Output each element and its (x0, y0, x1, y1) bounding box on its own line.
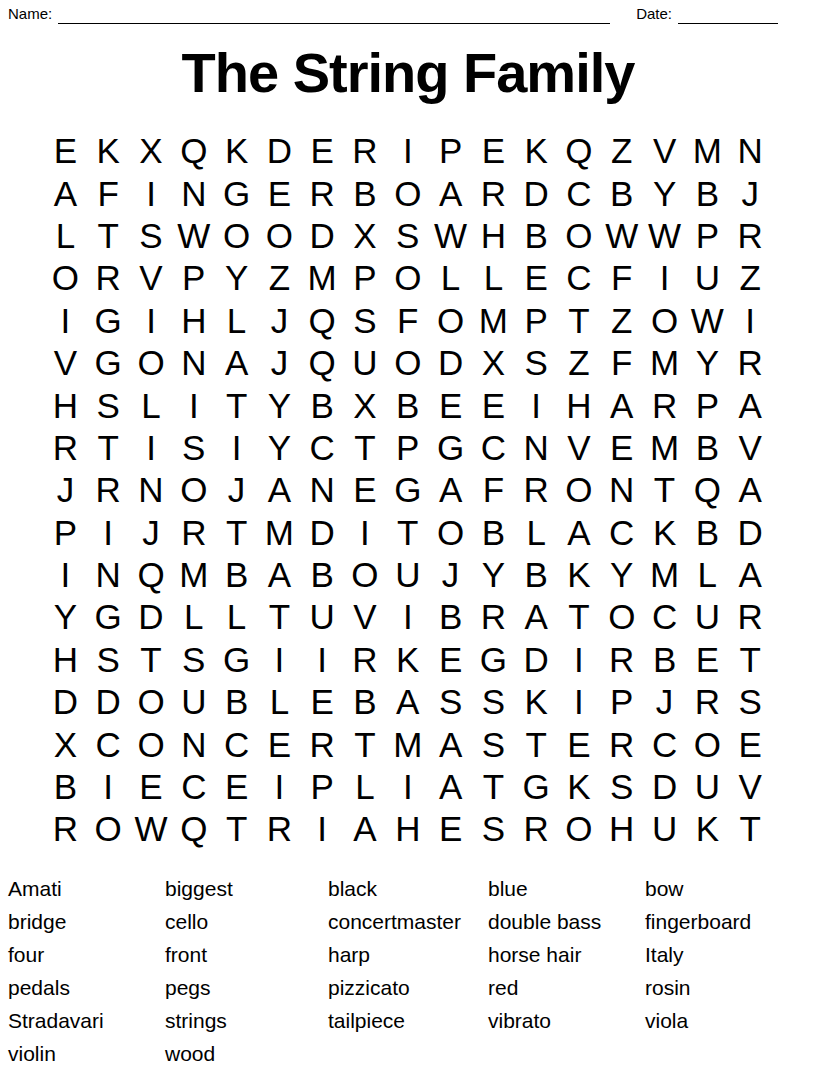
word-search-grid: EKXQKDERIPEKQZVMNAFINGERBOARDCBYBJLTSWOO… (44, 130, 772, 851)
grid-cell-r2c2: F (87, 172, 130, 214)
word-list: Amatibiggestblackbluebowbridgecelloconce… (8, 872, 751, 1070)
grid-cell-r14c5: B (215, 681, 258, 723)
word-list-item: black (328, 872, 488, 905)
grid-cell-r7c13: H (558, 384, 601, 426)
grid-cell-r17c15: U (643, 808, 686, 850)
grid-cell-r8c1: R (44, 427, 87, 469)
grid-cell-r12c6: T (258, 596, 301, 638)
grid-cell-r2c17: J (729, 172, 772, 214)
grid-cell-r7c6: Y (258, 384, 301, 426)
grid-cell-r6c6: J (258, 342, 301, 384)
grid-cell-r6c9: O (386, 342, 429, 384)
grid-cell-r3c6: O (258, 215, 301, 257)
grid-cell-r12c7: U (301, 596, 344, 638)
grid-cell-r2c8: B (344, 172, 387, 214)
grid-cell-r2c5: G (215, 172, 258, 214)
word-list-item: fingerboard (645, 905, 751, 938)
grid-cell-r6c12: S (515, 342, 558, 384)
grid-cell-r1c4: Q (172, 130, 215, 172)
grid-cell-r13c10: E (429, 639, 472, 681)
date-label: Date: (636, 4, 672, 24)
grid-cell-r11c3: Q (130, 554, 173, 596)
grid-cell-r15c3: O (130, 723, 173, 765)
grid-cell-r13c9: K (386, 639, 429, 681)
grid-cell-r9c3: N (130, 469, 173, 511)
grid-cell-r6c2: G (87, 342, 130, 384)
grid-cell-r3c13: O (558, 215, 601, 257)
grid-cell-r1c15: V (643, 130, 686, 172)
grid-cell-r12c13: T (558, 596, 601, 638)
grid-cell-r16c12: G (515, 766, 558, 808)
grid-cell-r14c8: B (344, 681, 387, 723)
grid-cell-r13c12: D (515, 639, 558, 681)
grid-cell-r9c6: A (258, 469, 301, 511)
grid-cell-r7c17: A (729, 384, 772, 426)
grid-cell-r16c2: I (87, 766, 130, 808)
grid-cell-r9c17: A (729, 469, 772, 511)
grid-cell-r12c8: V (344, 596, 387, 638)
grid-cell-r3c16: P (686, 215, 729, 257)
grid-cell-r5c2: G (87, 300, 130, 342)
grid-cell-r5c17: I (729, 300, 772, 342)
grid-cell-r8c13: V (558, 427, 601, 469)
grid-cell-r8c5: I (215, 427, 258, 469)
grid-cell-r13c7: I (301, 639, 344, 681)
grid-cell-r5c14: Z (600, 300, 643, 342)
grid-cell-r15c7: R (301, 723, 344, 765)
grid-cell-r6c5: A (215, 342, 258, 384)
grid-cell-r13c14: R (600, 639, 643, 681)
grid-cell-r6c14: F (600, 342, 643, 384)
word-list-item: bridge (8, 905, 165, 938)
grid-cell-r5c11: M (472, 300, 515, 342)
grid-cell-r11c10: J (429, 554, 472, 596)
grid-cell-r5c4: H (172, 300, 215, 342)
grid-cell-r2c1: A (44, 172, 87, 214)
word-list-item: pizzicato (328, 971, 488, 1004)
grid-cell-r6c3: O (130, 342, 173, 384)
grid-cell-r9c1: J (44, 469, 87, 511)
grid-cell-r17c5: T (215, 808, 258, 850)
grid-cell-r16c14: S (600, 766, 643, 808)
grid-cell-r5c10: O (429, 300, 472, 342)
grid-cell-r16c16: U (686, 766, 729, 808)
grid-cell-r1c16: M (686, 130, 729, 172)
grid-cell-r17c16: K (686, 808, 729, 850)
word-list-item: front (165, 938, 328, 971)
grid-cell-r17c14: H (600, 808, 643, 850)
grid-cell-r1c2: K (87, 130, 130, 172)
grid-cell-r8c17: V (729, 427, 772, 469)
grid-cell-r12c10: B (429, 596, 472, 638)
grid-cell-r9c15: T (643, 469, 686, 511)
grid-cell-r3c10: W (429, 215, 472, 257)
grid-cell-r10c17: D (729, 512, 772, 554)
grid-cell-r2c4: N (172, 172, 215, 214)
grid-cell-r9c5: J (215, 469, 258, 511)
grid-cell-r14c7: E (301, 681, 344, 723)
grid-cell-r16c15: D (643, 766, 686, 808)
grid-cell-r12c11: R (472, 596, 515, 638)
word-list-item: rosin (645, 971, 751, 1004)
grid-cell-r8c6: Y (258, 427, 301, 469)
name-blank-line (58, 6, 610, 24)
grid-cell-r14c1: D (44, 681, 87, 723)
grid-cell-r17c10: E (429, 808, 472, 850)
grid-cell-r16c9: I (386, 766, 429, 808)
grid-cell-r17c7: I (301, 808, 344, 850)
grid-cell-r12c12: A (515, 596, 558, 638)
grid-cell-r14c17: S (729, 681, 772, 723)
grid-cell-r5c5: L (215, 300, 258, 342)
grid-cell-r10c8: I (344, 512, 387, 554)
grid-cell-r3c14: W (600, 215, 643, 257)
grid-cell-r14c13: I (558, 681, 601, 723)
grid-cell-r1c13: Q (558, 130, 601, 172)
grid-cell-r14c9: A (386, 681, 429, 723)
grid-cell-r15c12: T (515, 723, 558, 765)
grid-cell-r15c9: M (386, 723, 429, 765)
grid-cell-r15c13: E (558, 723, 601, 765)
word-list-item: strings (165, 1004, 328, 1037)
grid-cell-r3c3: S (130, 215, 173, 257)
grid-cell-r4c7: M (301, 257, 344, 299)
grid-cell-r13c15: B (643, 639, 686, 681)
grid-cell-r1c11: E (472, 130, 515, 172)
grid-cell-r15c16: O (686, 723, 729, 765)
grid-cell-r7c9: B (386, 384, 429, 426)
word-list-item: red (488, 971, 645, 1004)
word-list-item: harp (328, 938, 488, 971)
grid-cell-r16c8: L (344, 766, 387, 808)
grid-cell-r17c4: Q (172, 808, 215, 850)
grid-cell-r9c8: E (344, 469, 387, 511)
grid-cell-r2c3: I (130, 172, 173, 214)
word-list-item: viola (645, 1004, 751, 1037)
grid-cell-r15c11: S (472, 723, 515, 765)
grid-cell-r13c2: S (87, 639, 130, 681)
word-list-item: wood (165, 1037, 328, 1070)
grid-cell-r8c2: T (87, 427, 130, 469)
word-list-item: tailpiece (328, 1004, 488, 1037)
word-list-item: vibrato (488, 1004, 645, 1037)
grid-cell-r8c11: C (472, 427, 515, 469)
grid-cell-r17c17: T (729, 808, 772, 850)
grid-cell-r11c6: A (258, 554, 301, 596)
grid-cell-r5c3: I (130, 300, 173, 342)
word-list-item: concertmaster (328, 905, 488, 938)
header: Name: Date: (8, 4, 806, 24)
grid-cell-r13c17: T (729, 639, 772, 681)
grid-cell-r12c16: U (686, 596, 729, 638)
grid-cell-r12c4: L (172, 596, 215, 638)
grid-cell-r6c17: R (729, 342, 772, 384)
grid-cell-r7c1: H (44, 384, 87, 426)
grid-cell-r10c1: P (44, 512, 87, 554)
grid-cell-r5c12: P (515, 300, 558, 342)
grid-cell-r12c17: R (729, 596, 772, 638)
grid-cell-r15c8: T (344, 723, 387, 765)
grid-cell-r1c3: X (130, 130, 173, 172)
word-list-item: four (8, 938, 165, 971)
grid-cell-r17c3: W (130, 808, 173, 850)
grid-cell-r9c4: O (172, 469, 215, 511)
grid-cell-r13c5: G (215, 639, 258, 681)
grid-cell-r11c2: N (87, 554, 130, 596)
grid-cell-r15c4: N (172, 723, 215, 765)
grid-cell-r17c8: A (344, 808, 387, 850)
grid-cell-r4c14: F (600, 257, 643, 299)
grid-cell-r4c4: P (172, 257, 215, 299)
grid-cell-r9c16: Q (686, 469, 729, 511)
grid-cell-r14c11: S (472, 681, 515, 723)
grid-cell-r6c7: Q (301, 342, 344, 384)
grid-cell-r3c17: R (729, 215, 772, 257)
grid-cell-r5c8: S (344, 300, 387, 342)
grid-cell-r4c12: E (515, 257, 558, 299)
grid-cell-r11c15: M (643, 554, 686, 596)
grid-cell-r11c17: A (729, 554, 772, 596)
grid-cell-r15c1: X (44, 723, 87, 765)
grid-cell-r11c16: L (686, 554, 729, 596)
grid-cell-r16c1: B (44, 766, 87, 808)
grid-cell-r6c1: V (44, 342, 87, 384)
date-blank-line (678, 6, 778, 24)
grid-cell-r14c2: D (87, 681, 130, 723)
grid-cell-r15c10: A (429, 723, 472, 765)
grid-cell-r2c6: E (258, 172, 301, 214)
grid-cell-r10c5: T (215, 512, 258, 554)
grid-cell-r14c12: K (515, 681, 558, 723)
grid-cell-r3c11: H (472, 215, 515, 257)
grid-cell-r10c14: C (600, 512, 643, 554)
grid-cell-r8c16: B (686, 427, 729, 469)
word-list-item: bow (645, 872, 751, 905)
grid-cell-r17c9: H (386, 808, 429, 850)
grid-cell-r17c1: R (44, 808, 87, 850)
grid-cell-r7c10: E (429, 384, 472, 426)
grid-cell-r17c6: R (258, 808, 301, 850)
grid-cell-r1c12: K (515, 130, 558, 172)
grid-cell-r12c5: L (215, 596, 258, 638)
grid-cell-r1c17: N (729, 130, 772, 172)
puzzle-title: The String Family (0, 40, 816, 105)
grid-cell-r15c14: R (600, 723, 643, 765)
grid-cell-r10c10: O (429, 512, 472, 554)
grid-cell-r16c3: E (130, 766, 173, 808)
grid-cell-r11c7: B (301, 554, 344, 596)
grid-cell-r9c11: F (472, 469, 515, 511)
word-list-item: biggest (165, 872, 328, 905)
grid-cell-r12c2: G (87, 596, 130, 638)
word-list-item: violin (8, 1037, 165, 1070)
grid-cell-r5c7: Q (301, 300, 344, 342)
grid-cell-r11c14: Y (600, 554, 643, 596)
word-list-item: Stradavari (8, 1004, 165, 1037)
grid-cell-r7c8: X (344, 384, 387, 426)
grid-cell-r12c1: Y (44, 596, 87, 638)
grid-cell-r8c7: C (301, 427, 344, 469)
grid-cell-r15c5: C (215, 723, 258, 765)
grid-cell-r15c2: C (87, 723, 130, 765)
grid-cell-r7c16: P (686, 384, 729, 426)
grid-cell-r16c7: P (301, 766, 344, 808)
grid-cell-r2c12: D (515, 172, 558, 214)
grid-cell-r10c11: B (472, 512, 515, 554)
grid-cell-r17c13: O (558, 808, 601, 850)
grid-cell-r9c7: N (301, 469, 344, 511)
grid-cell-r15c15: C (643, 723, 686, 765)
grid-cell-r5c1: I (44, 300, 87, 342)
grid-cell-r6c13: Z (558, 342, 601, 384)
grid-cell-r16c5: E (215, 766, 258, 808)
grid-cell-r7c15: R (643, 384, 686, 426)
grid-cell-r11c13: K (558, 554, 601, 596)
grid-cell-r2c11: R (472, 172, 515, 214)
word-list-item: Italy (645, 938, 751, 971)
grid-cell-r10c9: T (386, 512, 429, 554)
grid-cell-r7c3: L (130, 384, 173, 426)
word-list-item: cello (165, 905, 328, 938)
grid-cell-r11c5: B (215, 554, 258, 596)
grid-cell-r8c4: S (172, 427, 215, 469)
grid-cell-r6c10: D (429, 342, 472, 384)
grid-cell-r1c14: Z (600, 130, 643, 172)
grid-cell-r2c13: C (558, 172, 601, 214)
grid-cell-r15c6: E (258, 723, 301, 765)
grid-cell-r11c12: B (515, 554, 558, 596)
grid-cell-r14c16: R (686, 681, 729, 723)
grid-cell-r17c11: S (472, 808, 515, 850)
word-list-item: Amati (8, 872, 165, 905)
grid-cell-r2c14: B (600, 172, 643, 214)
grid-cell-r7c2: S (87, 384, 130, 426)
grid-cell-r7c5: T (215, 384, 258, 426)
grid-cell-r4c1: O (44, 257, 87, 299)
grid-cell-r4c10: L (429, 257, 472, 299)
grid-cell-r1c6: D (258, 130, 301, 172)
grid-cell-r4c3: V (130, 257, 173, 299)
grid-cell-r14c10: S (429, 681, 472, 723)
grid-cell-r10c16: B (686, 512, 729, 554)
grid-cell-r12c15: C (643, 596, 686, 638)
grid-cell-r10c4: R (172, 512, 215, 554)
grid-cell-r7c12: I (515, 384, 558, 426)
grid-cell-r4c9: O (386, 257, 429, 299)
grid-cell-r12c3: D (130, 596, 173, 638)
grid-cell-r4c15: I (643, 257, 686, 299)
grid-cell-r6c11: X (472, 342, 515, 384)
grid-cell-r9c10: A (429, 469, 472, 511)
grid-cell-r7c7: B (301, 384, 344, 426)
grid-cell-r16c4: C (172, 766, 215, 808)
grid-cell-r10c6: M (258, 512, 301, 554)
grid-cell-r8c12: N (515, 427, 558, 469)
grid-cell-r12c14: O (600, 596, 643, 638)
grid-cell-r13c6: I (258, 639, 301, 681)
grid-cell-r14c14: P (600, 681, 643, 723)
word-list-item: horse hair (488, 938, 645, 971)
grid-cell-r3c8: X (344, 215, 387, 257)
grid-cell-r11c1: I (44, 554, 87, 596)
grid-cell-r5c9: F (386, 300, 429, 342)
grid-cell-r8c3: I (130, 427, 173, 469)
word-list-item: pegs (165, 971, 328, 1004)
grid-cell-r4c5: Y (215, 257, 258, 299)
grid-cell-r2c9: O (386, 172, 429, 214)
grid-cell-r14c15: J (643, 681, 686, 723)
grid-cell-r16c10: A (429, 766, 472, 808)
grid-cell-r13c8: R (344, 639, 387, 681)
grid-cell-r2c7: R (301, 172, 344, 214)
grid-cell-r2c10: A (429, 172, 472, 214)
grid-cell-r13c16: E (686, 639, 729, 681)
grid-cell-r9c12: R (515, 469, 558, 511)
grid-cell-r2c16: B (686, 172, 729, 214)
grid-cell-r3c1: L (44, 215, 87, 257)
grid-cell-r1c8: R (344, 130, 387, 172)
grid-cell-r4c2: R (87, 257, 130, 299)
grid-cell-r1c7: E (301, 130, 344, 172)
grid-cell-r4c6: Z (258, 257, 301, 299)
grid-cell-r9c14: N (600, 469, 643, 511)
worksheet-page: Name: Date: The String Family EKXQKDERIP… (0, 0, 816, 1083)
grid-cell-r5c13: T (558, 300, 601, 342)
word-list-item: double bass (488, 905, 645, 938)
grid-cell-r13c11: G (472, 639, 515, 681)
grid-cell-r4c17: Z (729, 257, 772, 299)
grid-cell-r14c6: L (258, 681, 301, 723)
grid-cell-r11c8: O (344, 554, 387, 596)
grid-cell-r16c17: V (729, 766, 772, 808)
grid-cell-r10c3: J (130, 512, 173, 554)
grid-cell-r1c9: I (386, 130, 429, 172)
grid-cell-r6c8: U (344, 342, 387, 384)
grid-cell-r9c13: O (558, 469, 601, 511)
grid-cell-r12c9: I (386, 596, 429, 638)
grid-cell-r4c13: C (558, 257, 601, 299)
grid-cell-r8c10: G (429, 427, 472, 469)
grid-cell-r7c11: E (472, 384, 515, 426)
grid-cell-r10c7: D (301, 512, 344, 554)
grid-cell-r11c11: Y (472, 554, 515, 596)
grid-cell-r5c6: J (258, 300, 301, 342)
grid-cell-r8c8: T (344, 427, 387, 469)
grid-cell-r9c2: R (87, 469, 130, 511)
grid-cell-r7c14: A (600, 384, 643, 426)
grid-cell-r3c15: W (643, 215, 686, 257)
grid-cell-r6c15: M (643, 342, 686, 384)
grid-cell-r3c12: B (515, 215, 558, 257)
grid-cell-r1c5: K (215, 130, 258, 172)
grid-cell-r17c2: O (87, 808, 130, 850)
grid-cell-r9c9: G (386, 469, 429, 511)
grid-cell-r5c16: W (686, 300, 729, 342)
grid-cell-r11c4: M (172, 554, 215, 596)
grid-cell-r7c4: I (172, 384, 215, 426)
grid-cell-r8c14: E (600, 427, 643, 469)
grid-cell-r4c11: L (472, 257, 515, 299)
grid-cell-r17c12: R (515, 808, 558, 850)
word-list-item: pedals (8, 971, 165, 1004)
grid-cell-r1c10: P (429, 130, 472, 172)
grid-cell-r16c13: K (558, 766, 601, 808)
grid-cell-r8c9: P (386, 427, 429, 469)
grid-cell-r14c4: U (172, 681, 215, 723)
grid-cell-r13c4: S (172, 639, 215, 681)
grid-cell-r13c1: H (44, 639, 87, 681)
grid-cell-r2c15: Y (643, 172, 686, 214)
